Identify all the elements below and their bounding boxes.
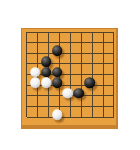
grid-line-vertical	[37, 48, 38, 59]
black-stone	[52, 46, 63, 57]
grid-line-vertical	[92, 91, 93, 102]
grid-line-vertical	[70, 59, 71, 70]
point-G3[interactable]	[87, 91, 98, 102]
black-stone	[41, 56, 52, 67]
point-A3[interactable]	[22, 91, 33, 102]
point-A7[interactable]	[22, 48, 33, 59]
point-H2[interactable]	[98, 101, 109, 112]
grid-line-vertical	[26, 59, 27, 70]
point-A9[interactable]	[22, 27, 33, 38]
grid-line-vertical	[70, 101, 71, 112]
point-E6[interactable]	[65, 59, 76, 70]
grid-line-vertical	[37, 112, 38, 117]
point-F2[interactable]	[76, 101, 87, 112]
grid-line-vertical	[103, 80, 104, 91]
grid-line-vertical	[92, 37, 93, 48]
point-C9[interactable]	[43, 27, 54, 38]
grid-line-vertical	[81, 59, 82, 70]
grid-line-vertical	[103, 37, 104, 48]
point-E7[interactable]	[65, 48, 76, 59]
grid-line-vertical	[103, 48, 104, 59]
point-G6[interactable]	[87, 59, 98, 70]
grid-line-vertical	[26, 37, 27, 48]
point-G9[interactable]	[87, 27, 98, 38]
grid-line-vertical	[81, 69, 82, 80]
grid-line-vertical	[48, 91, 49, 102]
point-J3[interactable]	[109, 91, 120, 102]
grid-line-vertical	[92, 112, 93, 117]
point-F7[interactable]	[76, 48, 87, 59]
point-B2[interactable]	[32, 101, 43, 112]
grid-line-vertical	[113, 37, 114, 48]
grid-line-vertical	[92, 101, 93, 112]
grid-line-vertical	[26, 112, 27, 117]
point-F3[interactable]	[76, 91, 87, 102]
go-board[interactable]	[21, 28, 118, 129]
point-F9[interactable]	[76, 27, 87, 38]
grid-line-vertical	[81, 101, 82, 112]
point-J5[interactable]	[109, 69, 120, 80]
grid-line-vertical	[113, 48, 114, 59]
point-E1[interactable]	[65, 112, 76, 123]
point-F8[interactable]	[76, 37, 87, 48]
white-stone	[30, 77, 41, 88]
black-stone	[41, 67, 52, 78]
point-G2[interactable]	[87, 101, 98, 112]
point-H6[interactable]	[98, 59, 109, 70]
grid-line-vertical	[26, 48, 27, 59]
grid-line-vertical	[113, 59, 114, 70]
grid-line-vertical	[26, 69, 27, 80]
grid-line-vertical	[81, 112, 82, 117]
white-stone	[30, 67, 41, 78]
white-stone	[52, 109, 63, 120]
point-E2[interactable]	[65, 101, 76, 112]
point-B1[interactable]	[32, 112, 43, 123]
board-grid	[22, 27, 120, 123]
point-H8[interactable]	[98, 37, 109, 48]
grid-line-vertical	[26, 91, 27, 102]
grid-line-vertical	[92, 48, 93, 59]
point-J2[interactable]	[109, 101, 120, 112]
grid-line-vertical	[37, 91, 38, 102]
grid-line-vertical	[48, 112, 49, 117]
grid-line-vertical	[113, 101, 114, 112]
grid-line-vertical	[59, 91, 60, 102]
black-stone	[74, 88, 85, 99]
point-B8[interactable]	[32, 37, 43, 48]
grid-line-vertical	[26, 80, 27, 91]
point-B9[interactable]	[32, 27, 43, 38]
grid-line-vertical	[113, 69, 114, 80]
point-J1[interactable]	[109, 112, 120, 123]
grid-line-vertical	[103, 91, 104, 102]
point-G4[interactable]	[87, 80, 98, 91]
grid-line-vertical	[48, 101, 49, 112]
grid-line-vertical	[103, 69, 104, 80]
point-H7[interactable]	[98, 48, 109, 59]
point-A1[interactable]	[22, 112, 33, 123]
point-J9[interactable]	[109, 27, 120, 38]
grid-line-vertical	[81, 37, 82, 48]
point-F1[interactable]	[76, 112, 87, 123]
black-stone	[84, 77, 95, 88]
grid-line-vertical	[81, 48, 82, 59]
go-app-canvas	[0, 0, 140, 150]
grid-line-vertical	[113, 80, 114, 91]
point-H1[interactable]	[98, 112, 109, 123]
point-E8[interactable]	[65, 37, 76, 48]
point-E5[interactable]	[65, 69, 76, 80]
grid-line-vertical	[48, 37, 49, 48]
point-J6[interactable]	[109, 59, 120, 70]
point-G1[interactable]	[87, 112, 98, 123]
white-stone	[63, 88, 74, 99]
point-H3[interactable]	[98, 91, 109, 102]
grid-line-vertical	[113, 91, 114, 102]
point-E9[interactable]	[65, 27, 76, 38]
point-A2[interactable]	[22, 101, 33, 112]
point-H9[interactable]	[98, 27, 109, 38]
grid-line-vertical	[70, 48, 71, 59]
grid-line-vertical	[92, 59, 93, 70]
point-D1[interactable]	[54, 112, 65, 123]
point-J8[interactable]	[109, 37, 120, 48]
grid-line-vertical	[70, 69, 71, 80]
grid-line-vertical	[37, 101, 38, 112]
grid-line-vertical	[70, 37, 71, 48]
black-stone	[52, 67, 63, 78]
point-D9[interactable]	[54, 27, 65, 38]
point-H4[interactable]	[98, 80, 109, 91]
point-F6[interactable]	[76, 59, 87, 70]
grid-line-vertical	[103, 112, 104, 117]
point-B3[interactable]	[32, 91, 43, 102]
black-stone	[52, 77, 63, 88]
grid-line-vertical	[103, 101, 104, 112]
point-J7[interactable]	[109, 48, 120, 59]
grid-line-vertical	[70, 112, 71, 117]
point-C3[interactable]	[43, 91, 54, 102]
point-J4[interactable]	[109, 80, 120, 91]
grid-line-vertical	[113, 112, 114, 117]
grid-line-vertical	[103, 59, 104, 70]
point-A8[interactable]	[22, 37, 33, 48]
grid-line-vertical	[26, 101, 27, 112]
white-stone	[41, 77, 52, 88]
point-D7[interactable]	[54, 48, 65, 59]
point-G8[interactable]	[87, 37, 98, 48]
point-H5[interactable]	[98, 69, 109, 80]
point-G7[interactable]	[87, 48, 98, 59]
grid-line-vertical	[37, 37, 38, 48]
